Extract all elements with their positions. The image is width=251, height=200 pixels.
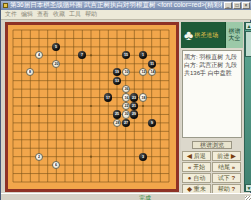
white-stone-28: 28 xyxy=(113,119,121,127)
black-stone-9: 9 xyxy=(148,119,156,127)
stone-move-number: 8 xyxy=(29,70,32,74)
browser-window: 第36届日本棋圣战循环圈 武宫正树执白对羽根直树 <font color=red… xyxy=(0,0,251,200)
nav-button-试下[interactable]: 试下 ? xyxy=(212,173,241,183)
status-bar: 完成 xyxy=(1,193,251,200)
stone-move-number: 15 xyxy=(124,53,128,57)
scroll-up-icon[interactable]: ▲ xyxy=(245,22,251,30)
black-stone-3: 3 xyxy=(139,153,147,161)
info-line-1: 白方: 武宫正树 九段 xyxy=(184,61,240,69)
stone-move-number: 18 xyxy=(141,95,144,99)
minimize-button[interactable]: _ xyxy=(224,2,232,9)
nav-button-icon: » xyxy=(232,164,235,170)
stone-move-number: 12 xyxy=(141,70,144,74)
stone-move-number: 30 xyxy=(124,112,127,116)
black-stone-29: 29 xyxy=(130,110,138,118)
stone-move-number: 16 xyxy=(124,95,127,99)
info-line-0: 黑方: 羽根直树 九段 xyxy=(184,53,240,61)
nav-button-label: 后退 xyxy=(194,153,206,159)
resize-grip[interactable] xyxy=(245,196,251,200)
site-banner: ♣ 棋圣道场 棋谱大全 xyxy=(181,22,243,48)
side-tabs[interactable]: 棋谱大全 xyxy=(225,22,243,48)
scroll-down-icon[interactable]: ▼ xyxy=(245,184,251,192)
nav-button-icon: ▶ xyxy=(231,153,236,159)
white-stone-14: 14 xyxy=(148,68,156,76)
stone-move-number: 3 xyxy=(141,155,145,159)
nav-button-icon: ? xyxy=(232,186,236,192)
nav-button-后退[interactable]: ◀ 后退 xyxy=(182,151,211,161)
stone-move-number: 36 xyxy=(124,87,127,91)
stone-move-number: 6 xyxy=(55,163,58,167)
nav-button-label: 自动 xyxy=(193,175,205,181)
stone-move-number: 10 xyxy=(124,70,127,74)
stone-move-number: 13 xyxy=(115,79,119,83)
black-stone-13: 13 xyxy=(113,77,121,85)
white-stone-36: 36 xyxy=(122,85,130,93)
nav-button-grid: ◀ 后退前进 ▶ « 开始结尾 » ● 自动试下 ? ◆ 重来帮助 ? xyxy=(182,151,242,194)
club-icon: ♣ xyxy=(184,28,193,42)
stone-move-number: 20 xyxy=(55,62,58,66)
side-tab-0[interactable]: 棋谱 xyxy=(229,28,241,35)
window-title: 第36届日本棋圣战循环圈 武宫正树执白对羽根直树 <font color=red… xyxy=(10,1,222,10)
nav-button-前进[interactable]: 前进 ▶ xyxy=(212,151,241,161)
stone-move-number: 1 xyxy=(141,53,145,57)
vertical-scrollbar[interactable]: ▲ ▼ xyxy=(244,22,251,192)
stone-move-number: 23 xyxy=(132,95,136,99)
menu-item-2[interactable]: 查看 xyxy=(37,10,49,19)
nav-button-label: 前进 xyxy=(217,153,229,159)
menu-item-0[interactable]: 文件 xyxy=(5,10,17,19)
stone-move-number: 25 xyxy=(115,112,119,116)
white-stone-10: 10 xyxy=(122,68,130,76)
stone-move-number: 22 xyxy=(124,104,127,108)
game-info-box: 黑方: 羽根直树 九段白方: 武宫正树 九段共136手 白中盘胜 xyxy=(182,50,242,138)
controls-header: 棋谱浏览 xyxy=(192,141,232,149)
black-stone-11: 11 xyxy=(148,60,156,68)
stone-move-number: 29 xyxy=(132,112,136,116)
nav-button-结尾[interactable]: 结尾 » xyxy=(212,162,241,172)
nav-button-icon: ? xyxy=(232,175,236,181)
goban-frame: 1234567891011121314151617181920212223252… xyxy=(5,22,179,192)
board-grid xyxy=(8,25,174,187)
stone-move-number: 9 xyxy=(150,121,154,125)
nav-button-自动[interactable]: ● 自动 xyxy=(182,173,211,183)
nav-button-label: 帮助 xyxy=(218,186,230,192)
stone-move-number: 11 xyxy=(150,62,154,66)
nav-button-label: 开始 xyxy=(193,164,205,170)
black-stone-17: 17 xyxy=(104,93,112,101)
nav-button-label: 试下 xyxy=(218,175,230,181)
black-stone-23: 23 xyxy=(130,93,138,101)
menu-item-3[interactable]: 收藏 xyxy=(53,10,65,19)
stone-move-number: 21 xyxy=(132,104,136,108)
stone-move-number: 5 xyxy=(54,45,58,49)
stone-move-number: 27 xyxy=(124,121,128,125)
go-board[interactable]: 1234567891011121314151617181920212223252… xyxy=(8,25,174,187)
info-line-3: 共136手 白中盘胜 xyxy=(184,69,240,77)
white-stone-2: 2 xyxy=(35,153,43,161)
nav-button-label: 结尾 xyxy=(218,164,230,170)
right-panel: ♣ 棋圣道场 棋谱大全 黑方: 羽根直树 九段白方: 武宫正树 九段共136手 … xyxy=(181,22,243,192)
nav-button-label: 重来 xyxy=(194,186,206,192)
scrollbar-thumb[interactable] xyxy=(245,31,251,57)
stone-move-number: 19 xyxy=(115,70,119,74)
side-tab-1[interactable]: 大全 xyxy=(229,35,241,42)
stone-move-number: 4 xyxy=(37,53,40,57)
white-stone-22: 22 xyxy=(122,102,130,110)
stone-move-number: 28 xyxy=(115,121,118,125)
white-stone-18: 18 xyxy=(139,93,147,101)
navigation-controls: 棋谱浏览 ◀ 后退前进 ▶ « 开始结尾 » ● 自动试下 ? ◆ 重来帮助 ? xyxy=(182,140,242,192)
menu-item-5[interactable]: 帮助 xyxy=(85,10,97,19)
menu-item-1[interactable]: 编辑 xyxy=(21,10,33,19)
close-button[interactable]: × xyxy=(242,2,250,9)
white-stone-16: 16 xyxy=(122,93,130,101)
app-icon xyxy=(3,3,8,8)
white-stone-30: 30 xyxy=(122,110,130,118)
stone-move-number: 17 xyxy=(106,95,110,99)
status-text: 完成 xyxy=(139,194,151,200)
maximize-button[interactable]: □ xyxy=(233,2,241,9)
menu-item-4[interactable]: 工具 xyxy=(69,10,81,19)
site-name: 棋圣道场 xyxy=(194,31,218,40)
title-bar: 第36届日本棋圣战循环圈 武宫正树执白对羽根直树 <font color=red… xyxy=(1,1,251,10)
stone-move-number: 2 xyxy=(37,155,40,159)
stone-move-number: 7 xyxy=(80,53,84,57)
menu-bar: 文件编辑查看收藏工具帮助 xyxy=(1,10,251,20)
nav-button-开始[interactable]: « 开始 xyxy=(182,162,211,172)
black-stone-27: 27 xyxy=(122,119,130,127)
black-stone-25: 25 xyxy=(113,110,121,118)
stone-move-number: 14 xyxy=(150,70,153,74)
